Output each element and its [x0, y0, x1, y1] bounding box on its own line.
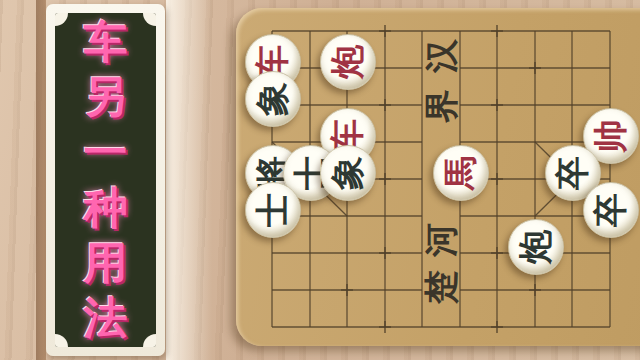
banner-corner-notch	[55, 13, 68, 26]
piece-red-horse[interactable]: 馬	[433, 145, 489, 201]
piece-char: 炮	[325, 45, 371, 79]
piece-black-cannon[interactable]: 炮	[508, 219, 564, 275]
piece-char: 帅	[588, 119, 634, 153]
piece-char: 士	[250, 193, 296, 227]
banner-title-char: 法	[84, 292, 128, 344]
banner-title-char: 一	[84, 126, 128, 178]
wood-plank-divider	[36, 0, 46, 360]
banner-title-char: 另	[84, 71, 128, 123]
piece-black-advisor[interactable]: 士	[245, 182, 301, 238]
banner-corner-notch	[143, 13, 156, 26]
banner-title-char: 种	[84, 182, 128, 234]
piece-black-elephant[interactable]: 象	[320, 145, 376, 201]
banner-panel: 车另一种用法	[55, 13, 156, 347]
banner-title-char: 车	[84, 16, 128, 68]
banner-corner-notch	[143, 334, 156, 347]
piece-char: 象	[325, 156, 371, 190]
piece-black-elephant[interactable]: 象	[245, 71, 301, 127]
banner-corner-notch	[55, 334, 68, 347]
banner-title-char: 用	[84, 237, 128, 289]
piece-char: 象	[250, 82, 296, 116]
wood-highlight	[166, 0, 212, 360]
piece-char: 炮	[513, 230, 559, 264]
piece-char: 卒	[588, 193, 634, 227]
piece-black-soldier[interactable]: 卒	[583, 182, 639, 238]
title-banner: 车另一种用法	[46, 4, 165, 356]
piece-char: 馬	[438, 156, 484, 190]
piece-red-cannon[interactable]: 炮	[320, 34, 376, 90]
piece-char: 卒	[550, 156, 596, 190]
